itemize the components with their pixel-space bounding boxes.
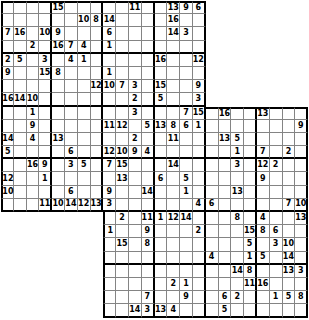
cell-r9c23[interactable] bbox=[283, 107, 296, 120]
cell-r20c18[interactable] bbox=[219, 252, 232, 265]
cell-r11c15[interactable] bbox=[180, 133, 193, 146]
given-r15c9[interactable]: 9 bbox=[103, 186, 116, 199]
cell-r12c22[interactable] bbox=[270, 146, 283, 159]
cell-r9c13[interactable] bbox=[155, 107, 168, 120]
cell-r11c10[interactable] bbox=[116, 133, 129, 146]
given-r23c24[interactable]: 8 bbox=[295, 291, 308, 304]
given-r5c1[interactable]: 2 bbox=[1, 54, 14, 67]
cell-r8c5[interactable] bbox=[52, 93, 65, 106]
cell-r1c12[interactable] bbox=[142, 1, 155, 14]
given-r13c21[interactable]: 12 bbox=[257, 159, 270, 172]
given-r16c8[interactable]: 13 bbox=[91, 199, 104, 212]
cell-r8c15[interactable] bbox=[180, 93, 193, 106]
cell-r24c19[interactable] bbox=[231, 304, 244, 317]
cell-r1c7[interactable] bbox=[78, 1, 91, 14]
cell-r21c13[interactable] bbox=[155, 265, 168, 278]
cell-r10c5[interactable] bbox=[52, 120, 65, 133]
cell-r16c18[interactable] bbox=[219, 199, 232, 212]
cell-r2c10[interactable] bbox=[116, 14, 129, 27]
given-r8c1[interactable]: 16 bbox=[1, 93, 14, 106]
cell-r7c14[interactable] bbox=[167, 80, 180, 93]
cell-r14c5[interactable] bbox=[52, 172, 65, 185]
cell-r17c20[interactable] bbox=[244, 212, 257, 225]
given-r7c11[interactable]: 3 bbox=[129, 80, 142, 93]
given-r7c13[interactable]: 15 bbox=[155, 80, 168, 93]
cell-r22c12[interactable] bbox=[142, 278, 155, 291]
cell-r11c9[interactable] bbox=[103, 133, 116, 146]
cell-r12c5[interactable] bbox=[52, 146, 65, 159]
given-r8c11[interactable]: 2 bbox=[129, 93, 142, 106]
cell-r18c10[interactable] bbox=[116, 225, 129, 238]
cell-r16c10[interactable] bbox=[116, 199, 129, 212]
cell-r2c16[interactable] bbox=[193, 14, 206, 27]
cell-r9c22[interactable] bbox=[270, 107, 283, 120]
cell-r1c4[interactable] bbox=[39, 1, 52, 14]
cell-r19c9[interactable] bbox=[103, 238, 116, 251]
given-r11c3[interactable]: 4 bbox=[27, 133, 40, 146]
given-r22c14[interactable]: 2 bbox=[167, 278, 180, 291]
given-r18c16[interactable]: 2 bbox=[193, 225, 206, 238]
cell-r16c14[interactable] bbox=[167, 199, 180, 212]
given-r17c24[interactable]: 13 bbox=[295, 212, 308, 225]
cell-r20c12[interactable] bbox=[142, 252, 155, 265]
cell-r16c21[interactable] bbox=[257, 199, 270, 212]
cell-r4c13[interactable] bbox=[155, 41, 168, 54]
cell-r11c6[interactable] bbox=[65, 133, 78, 146]
cell-r19c13[interactable] bbox=[155, 238, 168, 251]
given-r20c23[interactable]: 14 bbox=[283, 252, 296, 265]
cell-r11c23[interactable] bbox=[283, 133, 296, 146]
given-r11c14[interactable]: 11 bbox=[167, 133, 180, 146]
cell-r6c3[interactable] bbox=[27, 67, 40, 80]
given-r7c16[interactable]: 9 bbox=[193, 80, 206, 93]
cell-r16c3[interactable] bbox=[27, 199, 40, 212]
cell-r8c7[interactable] bbox=[78, 93, 91, 106]
given-r6c1[interactable]: 9 bbox=[1, 67, 14, 80]
cell-r14c12[interactable] bbox=[142, 172, 155, 185]
cell-r3c6[interactable] bbox=[65, 27, 78, 40]
given-r11c19[interactable]: 5 bbox=[231, 133, 244, 146]
given-r10c3[interactable]: 9 bbox=[27, 120, 40, 133]
given-r5c4[interactable]: 3 bbox=[39, 54, 52, 67]
cell-r11c2[interactable] bbox=[14, 133, 27, 146]
given-r10c24[interactable]: 9 bbox=[295, 120, 308, 133]
given-r14c13[interactable]: 6 bbox=[155, 172, 168, 185]
cell-r9c19[interactable] bbox=[231, 107, 244, 120]
cell-r22c10[interactable] bbox=[116, 278, 129, 291]
cell-r3c16[interactable] bbox=[193, 27, 206, 40]
cell-r16c20[interactable] bbox=[244, 199, 257, 212]
given-r19c12[interactable]: 8 bbox=[142, 238, 155, 251]
given-r3c4[interactable]: 10 bbox=[39, 27, 52, 40]
cell-r9c6[interactable] bbox=[65, 107, 78, 120]
cell-r18c14[interactable] bbox=[167, 225, 180, 238]
cell-r3c3[interactable] bbox=[27, 27, 40, 40]
cell-r10c18[interactable] bbox=[219, 120, 232, 133]
cell-r20c13[interactable] bbox=[155, 252, 168, 265]
cell-r13c20[interactable] bbox=[244, 159, 257, 172]
given-r19c23[interactable]: 10 bbox=[283, 238, 296, 251]
cell-r10c4[interactable] bbox=[39, 120, 52, 133]
cell-r15c8[interactable] bbox=[91, 186, 104, 199]
given-r18c12[interactable]: 9 bbox=[142, 225, 155, 238]
cell-r9c1[interactable] bbox=[1, 107, 14, 120]
cell-r12c4[interactable] bbox=[39, 146, 52, 159]
cell-r3c12[interactable] bbox=[142, 27, 155, 40]
given-r16c17[interactable]: 6 bbox=[206, 199, 219, 212]
cell-r1c3[interactable] bbox=[27, 1, 40, 14]
cell-r11c4[interactable] bbox=[39, 133, 52, 146]
cell-r11c7[interactable] bbox=[78, 133, 91, 146]
given-r16c23[interactable]: 7 bbox=[283, 199, 296, 212]
given-r2c9[interactable]: 14 bbox=[103, 14, 116, 27]
cell-r9c7[interactable] bbox=[78, 107, 91, 120]
cell-r3c11[interactable] bbox=[129, 27, 142, 40]
cell-r8c12[interactable] bbox=[142, 93, 155, 106]
cell-r11c21[interactable] bbox=[257, 133, 270, 146]
given-r23c18[interactable]: 6 bbox=[219, 291, 232, 304]
cell-r17c16[interactable] bbox=[193, 212, 206, 225]
cell-r14c22[interactable] bbox=[270, 172, 283, 185]
given-r21c24[interactable]: 3 bbox=[295, 265, 308, 278]
cell-r21c17[interactable] bbox=[206, 265, 219, 278]
given-r1c15[interactable]: 9 bbox=[180, 1, 193, 14]
cell-r15c10[interactable] bbox=[116, 186, 129, 199]
given-r14c10[interactable]: 13 bbox=[116, 172, 129, 185]
given-r5c13[interactable]: 16 bbox=[155, 54, 168, 67]
cell-r24c17[interactable] bbox=[206, 304, 219, 317]
cell-r15c16[interactable] bbox=[193, 186, 206, 199]
cell-r1c8[interactable] bbox=[91, 1, 104, 14]
cell-r8c9[interactable] bbox=[103, 93, 116, 106]
cell-r2c13[interactable] bbox=[155, 14, 168, 27]
cell-r22c23[interactable] bbox=[283, 278, 296, 291]
cell-r15c5[interactable] bbox=[52, 186, 65, 199]
given-r12c10[interactable]: 10 bbox=[116, 146, 129, 159]
given-r14c1[interactable]: 12 bbox=[1, 172, 14, 185]
given-r16c6[interactable]: 14 bbox=[65, 199, 78, 212]
given-r17c12[interactable]: 11 bbox=[142, 212, 155, 225]
given-r18c9[interactable]: 1 bbox=[103, 225, 116, 238]
cell-r4c10[interactable] bbox=[116, 41, 129, 54]
cell-r9c20[interactable] bbox=[244, 107, 257, 120]
cell-r20c10[interactable] bbox=[116, 252, 129, 265]
cell-r7c7[interactable] bbox=[78, 80, 91, 93]
cell-r6c14[interactable] bbox=[167, 67, 180, 80]
given-r8c3[interactable]: 10 bbox=[27, 93, 40, 106]
given-r5c6[interactable]: 4 bbox=[65, 54, 78, 67]
given-r4c7[interactable]: 4 bbox=[78, 41, 91, 54]
cell-r12c2[interactable] bbox=[14, 146, 27, 159]
cell-r15c3[interactable] bbox=[27, 186, 40, 199]
given-r23c12[interactable]: 7 bbox=[142, 291, 155, 304]
cell-r3c13[interactable] bbox=[155, 27, 168, 40]
cell-r1c13[interactable] bbox=[155, 1, 168, 14]
cell-r12c3[interactable] bbox=[27, 146, 40, 159]
given-r24c14[interactable]: 4 bbox=[167, 304, 180, 317]
given-r5c16[interactable]: 12 bbox=[193, 54, 206, 67]
cell-r14c6[interactable] bbox=[65, 172, 78, 185]
cell-r23c13[interactable] bbox=[155, 291, 168, 304]
cell-r12c24[interactable] bbox=[295, 146, 308, 159]
given-r17c13[interactable]: 1 bbox=[155, 212, 168, 225]
cell-r15c23[interactable] bbox=[283, 186, 296, 199]
given-r16c7[interactable]: 12 bbox=[78, 199, 91, 212]
cell-r10c22[interactable] bbox=[270, 120, 283, 133]
cell-r9c17[interactable] bbox=[206, 107, 219, 120]
cell-r19c11[interactable] bbox=[129, 238, 142, 251]
cell-r14c14[interactable] bbox=[167, 172, 180, 185]
given-r22c20[interactable]: 11 bbox=[244, 278, 257, 291]
cell-r15c18[interactable] bbox=[219, 186, 232, 199]
cell-r21c21[interactable] bbox=[257, 265, 270, 278]
cell-r22c22[interactable] bbox=[270, 278, 283, 291]
given-r15c1[interactable]: 10 bbox=[1, 186, 14, 199]
given-r12c19[interactable]: 1 bbox=[231, 146, 244, 159]
given-r3c14[interactable]: 14 bbox=[167, 27, 180, 40]
given-r15c15[interactable]: 1 bbox=[180, 186, 193, 199]
cell-r1c6[interactable] bbox=[65, 1, 78, 14]
cell-r21c10[interactable] bbox=[116, 265, 129, 278]
cell-r10c1[interactable] bbox=[1, 120, 14, 133]
given-r11c5[interactable]: 13 bbox=[52, 133, 65, 146]
cell-r2c3[interactable] bbox=[27, 14, 40, 27]
given-r13c4[interactable]: 9 bbox=[39, 159, 52, 172]
cell-r15c2[interactable] bbox=[14, 186, 27, 199]
cell-r2c15[interactable] bbox=[180, 14, 193, 27]
cell-r6c11[interactable] bbox=[129, 67, 142, 80]
cell-r5c14[interactable] bbox=[167, 54, 180, 67]
cell-r7c2[interactable] bbox=[14, 80, 27, 93]
cell-r5c5[interactable] bbox=[52, 54, 65, 67]
given-r23c19[interactable]: 2 bbox=[231, 291, 244, 304]
cell-r1c10[interactable] bbox=[116, 1, 129, 14]
given-r3c15[interactable]: 3 bbox=[180, 27, 193, 40]
given-r12c6[interactable]: 6 bbox=[65, 146, 78, 159]
cell-r20c16[interactable] bbox=[193, 252, 206, 265]
given-r4c9[interactable]: 1 bbox=[103, 41, 116, 54]
cell-r5c10[interactable] bbox=[116, 54, 129, 67]
given-r12c12[interactable]: 4 bbox=[142, 146, 155, 159]
given-r8c16[interactable]: 3 bbox=[193, 93, 206, 106]
given-r17c19[interactable]: 8 bbox=[231, 212, 244, 225]
given-r1c11[interactable]: 11 bbox=[129, 1, 142, 14]
cell-r10c23[interactable] bbox=[283, 120, 296, 133]
given-r13c14[interactable]: 14 bbox=[167, 159, 180, 172]
cell-r15c11[interactable] bbox=[129, 186, 142, 199]
cell-r9c5[interactable] bbox=[52, 107, 65, 120]
given-r4c6[interactable]: 7 bbox=[65, 41, 78, 54]
cell-r10c20[interactable] bbox=[244, 120, 257, 133]
cell-r16c11[interactable] bbox=[129, 199, 142, 212]
cell-r2c2[interactable] bbox=[14, 14, 27, 27]
cell-r18c11[interactable] bbox=[129, 225, 142, 238]
cell-r12c15[interactable] bbox=[180, 146, 193, 159]
given-r2c7[interactable]: 10 bbox=[78, 14, 91, 27]
cell-r5c8[interactable] bbox=[91, 54, 104, 67]
given-r11c11[interactable]: 2 bbox=[129, 133, 142, 146]
cell-r9c24[interactable] bbox=[295, 107, 308, 120]
cell-r13c13[interactable] bbox=[155, 159, 168, 172]
cell-r13c2[interactable] bbox=[14, 159, 27, 172]
cell-r17c18[interactable] bbox=[219, 212, 232, 225]
cell-r13c17[interactable] bbox=[206, 159, 219, 172]
cell-r9c2[interactable] bbox=[14, 107, 27, 120]
given-r9c18[interactable]: 16 bbox=[219, 107, 232, 120]
given-r8c2[interactable]: 14 bbox=[14, 93, 27, 106]
cell-r14c9[interactable] bbox=[103, 172, 116, 185]
cell-r20c24[interactable] bbox=[295, 252, 308, 265]
given-r7c10[interactable]: 7 bbox=[116, 80, 129, 93]
cell-r24c16[interactable] bbox=[193, 304, 206, 317]
cell-r18c23[interactable] bbox=[283, 225, 296, 238]
cell-r8c8[interactable] bbox=[91, 93, 104, 106]
cell-r14c16[interactable] bbox=[193, 172, 206, 185]
cell-r23c10[interactable] bbox=[116, 291, 129, 304]
cell-r22c16[interactable] bbox=[193, 278, 206, 291]
cell-r6c6[interactable] bbox=[65, 67, 78, 80]
given-r24c13[interactable]: 13 bbox=[155, 304, 168, 317]
cell-r10c7[interactable] bbox=[78, 120, 91, 133]
cell-r7c4[interactable] bbox=[39, 80, 52, 93]
given-r1c5[interactable]: 15 bbox=[52, 1, 65, 14]
cell-r4c1[interactable] bbox=[1, 41, 14, 54]
cell-r24c22[interactable] bbox=[270, 304, 283, 317]
given-r7c8[interactable]: 12 bbox=[91, 80, 104, 93]
cell-r22c11[interactable] bbox=[129, 278, 142, 291]
cell-r22c9[interactable] bbox=[103, 278, 116, 291]
cell-r16c15[interactable] bbox=[180, 199, 193, 212]
cell-r23c20[interactable] bbox=[244, 291, 257, 304]
cell-r22c17[interactable] bbox=[206, 278, 219, 291]
cell-r14c17[interactable] bbox=[206, 172, 219, 185]
cell-r17c11[interactable] bbox=[129, 212, 142, 225]
cell-r21c15[interactable] bbox=[180, 265, 193, 278]
given-r9c3[interactable]: 1 bbox=[27, 107, 40, 120]
cell-r19c19[interactable] bbox=[231, 238, 244, 251]
given-r2c8[interactable]: 8 bbox=[91, 14, 104, 27]
given-r13c9[interactable]: 7 bbox=[103, 159, 116, 172]
cell-r12c16[interactable] bbox=[193, 146, 206, 159]
cell-r9c8[interactable] bbox=[91, 107, 104, 120]
cell-r10c21[interactable] bbox=[257, 120, 270, 133]
given-r19c20[interactable]: 5 bbox=[244, 238, 257, 251]
cell-r9c4[interactable] bbox=[39, 107, 52, 120]
cell-r1c2[interactable] bbox=[14, 1, 27, 14]
cell-r21c12[interactable] bbox=[142, 265, 155, 278]
given-r9c16[interactable]: 15 bbox=[193, 107, 206, 120]
cell-r12c13[interactable] bbox=[155, 146, 168, 159]
cell-r6c16[interactable] bbox=[193, 67, 206, 80]
cell-r19c17[interactable] bbox=[206, 238, 219, 251]
cell-r8c10[interactable] bbox=[116, 93, 129, 106]
given-r10c10[interactable]: 12 bbox=[116, 120, 129, 133]
cell-r21c11[interactable] bbox=[129, 265, 142, 278]
given-r10c16[interactable]: 1 bbox=[193, 120, 206, 133]
cell-r8c6[interactable] bbox=[65, 93, 78, 106]
cell-r13c16[interactable] bbox=[193, 159, 206, 172]
cell-r2c5[interactable] bbox=[52, 14, 65, 27]
cell-r10c11[interactable] bbox=[129, 120, 142, 133]
cell-r4c2[interactable] bbox=[14, 41, 27, 54]
cell-r18c15[interactable] bbox=[180, 225, 193, 238]
cell-r4c15[interactable] bbox=[180, 41, 193, 54]
cell-r1c1[interactable] bbox=[1, 1, 14, 14]
cell-r20c22[interactable] bbox=[270, 252, 283, 265]
cell-r11c24[interactable] bbox=[295, 133, 308, 146]
cell-r6c15[interactable] bbox=[180, 67, 193, 80]
cell-r14c2[interactable] bbox=[14, 172, 27, 185]
cell-r6c2[interactable] bbox=[14, 67, 27, 80]
given-r3c2[interactable]: 16 bbox=[14, 27, 27, 40]
cell-r9c12[interactable] bbox=[142, 107, 155, 120]
given-r13c10[interactable]: 15 bbox=[116, 159, 129, 172]
given-r24c12[interactable]: 3 bbox=[142, 304, 155, 317]
given-r10c14[interactable]: 8 bbox=[167, 120, 180, 133]
given-r14c4[interactable]: 1 bbox=[39, 172, 52, 185]
cell-r21c14[interactable] bbox=[167, 265, 180, 278]
given-r6c4[interactable]: 15 bbox=[39, 67, 52, 80]
cell-r11c16[interactable] bbox=[193, 133, 206, 146]
cell-r18c17[interactable] bbox=[206, 225, 219, 238]
cell-r24c20[interactable] bbox=[244, 304, 257, 317]
cell-r16c13[interactable] bbox=[155, 199, 168, 212]
cell-r13c11[interactable] bbox=[129, 159, 142, 172]
cell-r23c14[interactable] bbox=[167, 291, 180, 304]
cell-r19c18[interactable] bbox=[219, 238, 232, 251]
given-r16c16[interactable]: 4 bbox=[193, 199, 206, 212]
cell-r24c10[interactable] bbox=[116, 304, 129, 317]
cell-r7c5[interactable] bbox=[52, 80, 65, 93]
cell-r24c21[interactable] bbox=[257, 304, 270, 317]
cell-r6c12[interactable] bbox=[142, 67, 155, 80]
cell-r4c12[interactable] bbox=[142, 41, 155, 54]
cell-r5c11[interactable] bbox=[129, 54, 142, 67]
cell-r8c14[interactable] bbox=[167, 93, 180, 106]
given-r16c24[interactable]: 10 bbox=[295, 199, 308, 212]
cell-r3c7[interactable] bbox=[78, 27, 91, 40]
cell-r24c9[interactable] bbox=[103, 304, 116, 317]
given-r12c9[interactable]: 12 bbox=[103, 146, 116, 159]
cell-r5c15[interactable] bbox=[180, 54, 193, 67]
cell-r14c8[interactable] bbox=[91, 172, 104, 185]
cell-r23c16[interactable] bbox=[193, 291, 206, 304]
cell-r3c8[interactable] bbox=[91, 27, 104, 40]
cell-r13c24[interactable] bbox=[295, 159, 308, 172]
cell-r11c17[interactable] bbox=[206, 133, 219, 146]
cell-r20c11[interactable] bbox=[129, 252, 142, 265]
cell-r9c10[interactable] bbox=[116, 107, 129, 120]
cell-r7c12[interactable] bbox=[142, 80, 155, 93]
given-r3c1[interactable]: 7 bbox=[1, 27, 14, 40]
cell-r11c13[interactable] bbox=[155, 133, 168, 146]
cell-r18c18[interactable] bbox=[219, 225, 232, 238]
given-r8c13[interactable]: 5 bbox=[155, 93, 168, 106]
given-r4c5[interactable]: 16 bbox=[52, 41, 65, 54]
cell-r21c22[interactable] bbox=[270, 265, 283, 278]
given-r18c20[interactable]: 15 bbox=[244, 225, 257, 238]
given-r11c1[interactable]: 14 bbox=[1, 133, 14, 146]
cell-r7c15[interactable] bbox=[180, 80, 193, 93]
cell-r10c2[interactable] bbox=[14, 120, 27, 133]
cell-r9c14[interactable] bbox=[167, 107, 180, 120]
cell-r13c8[interactable] bbox=[91, 159, 104, 172]
given-r4c3[interactable]: 2 bbox=[27, 41, 40, 54]
cell-r10c19[interactable] bbox=[231, 120, 244, 133]
given-r13c6[interactable]: 3 bbox=[65, 159, 78, 172]
given-r12c11[interactable]: 9 bbox=[129, 146, 142, 159]
given-r15c19[interactable]: 13 bbox=[231, 186, 244, 199]
